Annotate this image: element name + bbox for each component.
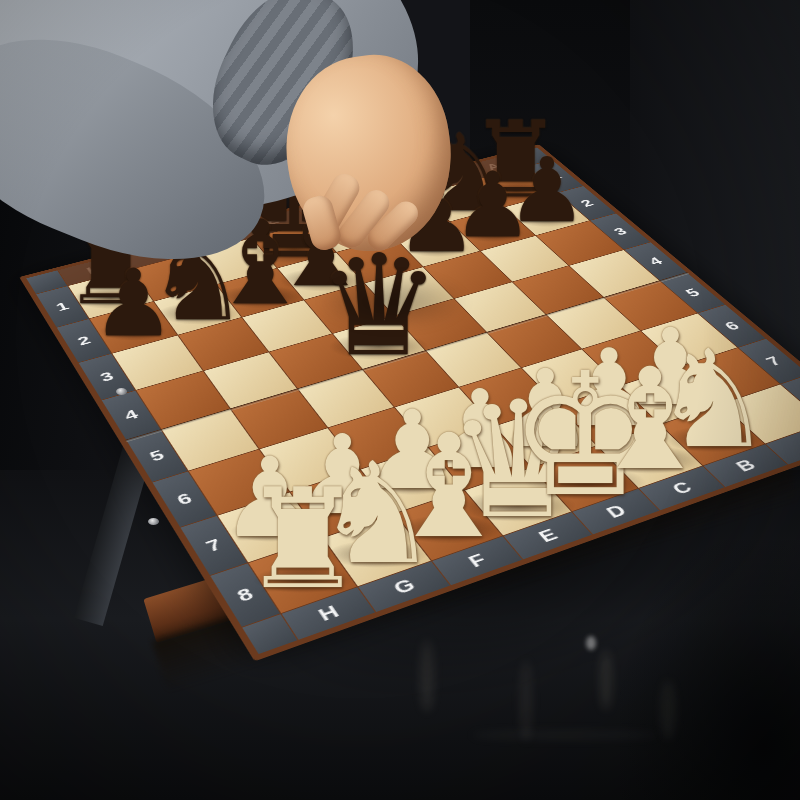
photo-scene: HGFEDCBA1122334455667788HGFEDCBA ♜♞♝♛♚♝♞… (0, 0, 800, 800)
table-reflection (660, 680, 676, 740)
table-reflection (470, 730, 660, 740)
board-hinge (148, 518, 159, 525)
board-hinge (116, 388, 127, 395)
sleeve-cuff (188, 0, 377, 185)
